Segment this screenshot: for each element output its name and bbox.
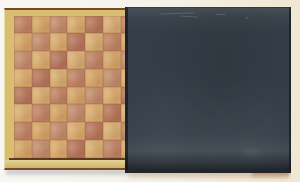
board-square [14,16,32,34]
board-square [103,51,121,69]
scratch-mark [216,14,226,15]
board-square [32,33,50,51]
board-square [14,51,32,69]
board-square [67,33,85,51]
box-cover-lid [125,7,291,173]
board-square [85,69,103,87]
board-square [14,104,32,122]
board-square [50,51,68,69]
board-square [67,140,85,158]
board-square [67,87,85,105]
board-square [85,33,103,51]
board-drop-shadow [6,170,128,177]
board-square [32,51,50,69]
board-square [103,122,121,140]
board-square [50,122,68,140]
board-square [67,69,85,87]
scratch-mark [246,17,248,19]
board-square [50,16,68,34]
scratch-mark [160,12,194,14]
board-square [103,104,121,122]
board-square [103,140,121,158]
board-square [14,122,32,140]
board-square [50,69,68,87]
board-square [32,140,50,158]
board-square [50,33,68,51]
board-square [67,122,85,140]
board-square [32,104,50,122]
photo-scene [0,0,300,182]
board-square [14,140,32,158]
board-square [103,69,121,87]
board-square [32,69,50,87]
board-square [32,122,50,140]
board-square [85,122,103,140]
board-square [67,51,85,69]
board-square [85,16,103,34]
board-square [32,16,50,34]
board-square [50,104,68,122]
scratch-mark [180,16,198,18]
board-square [14,69,32,87]
board-square [67,104,85,122]
board-square [85,51,103,69]
board-square [103,16,121,34]
board-square [14,33,32,51]
board-square [85,104,103,122]
board-square [14,87,32,105]
board-square [103,33,121,51]
smudge-mark [240,146,266,160]
board-square [67,16,85,34]
board-square [32,87,50,105]
board-square [85,140,103,158]
board-square [85,87,103,105]
board-square [103,87,121,105]
board-square [50,87,68,105]
board-square [50,140,68,158]
